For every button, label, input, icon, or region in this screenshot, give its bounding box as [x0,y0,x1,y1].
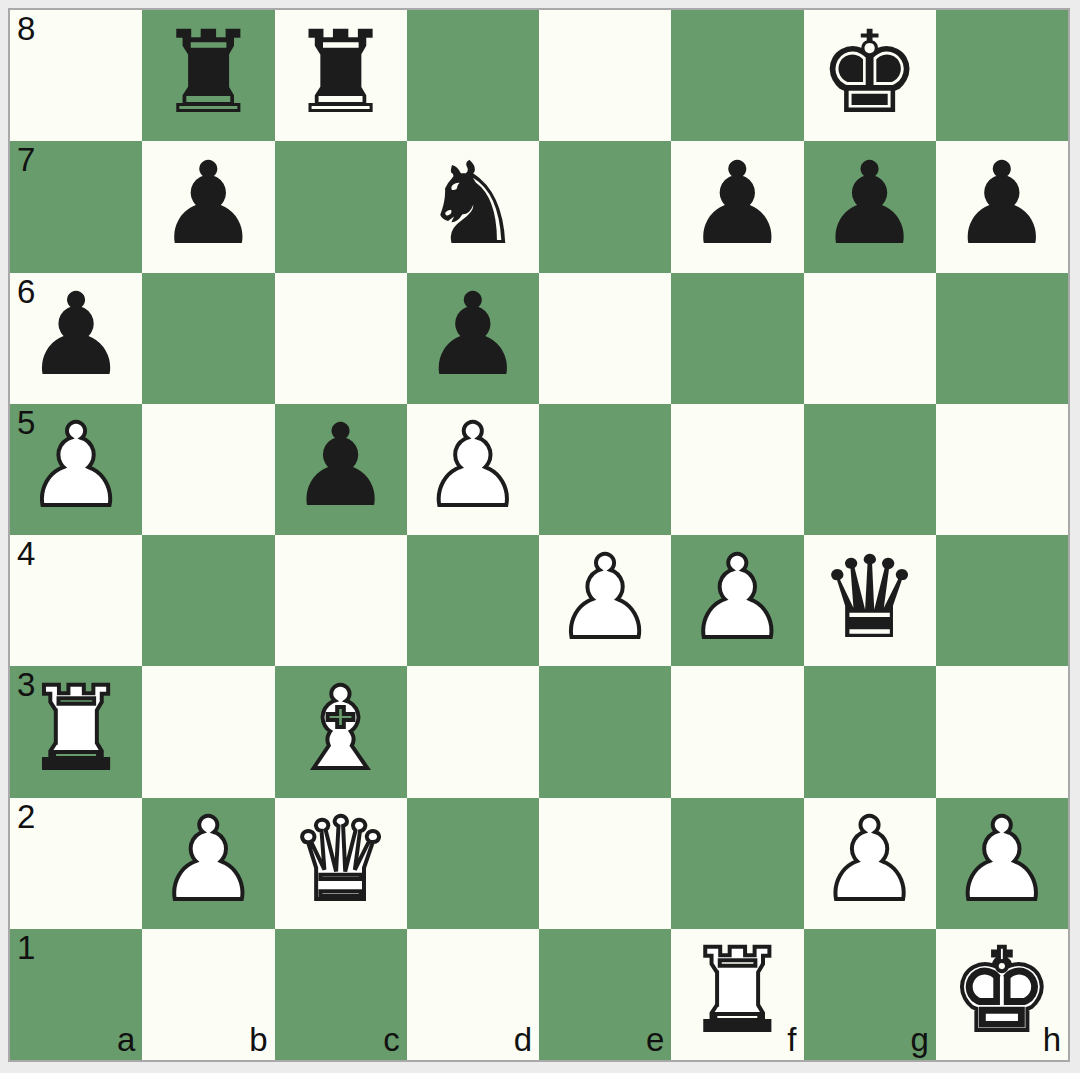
piece-white-queen-icon[interactable]: ♛ [290,803,392,917]
square-c4[interactable] [275,535,407,666]
piece-white-pawn-icon[interactable]: ♟ [951,803,1053,917]
square-a8[interactable]: 8 [10,10,142,141]
square-d6[interactable]: ♟ [407,273,539,404]
file-label-f: f [787,1023,796,1058]
rank-label-8: 8 [17,12,35,47]
piece-white-rook-icon[interactable]: ♜ [686,934,788,1048]
square-a1[interactable]: 1a [10,929,142,1060]
piece-black-pawn-icon[interactable]: ♟ [290,409,392,523]
square-a3[interactable]: 3♜ [10,666,142,797]
file-label-d: d [514,1023,532,1058]
square-f7[interactable]: ♟ [671,141,803,272]
square-e2[interactable] [539,798,671,929]
chess-board: 8♜♜♚7♟♞♟♟♟6♟♟5♟♟♟4♟♟♛3♜♝2♟♛♟♟1abcdef♜gh♚ [10,10,1068,1060]
square-a2[interactable]: 2 [10,798,142,929]
square-g5[interactable] [804,404,936,535]
square-h5[interactable] [936,404,1068,535]
rank-label-2: 2 [17,800,35,835]
square-f4[interactable]: ♟ [671,535,803,666]
square-g6[interactable] [804,273,936,404]
square-c7[interactable] [275,141,407,272]
square-g7[interactable]: ♟ [804,141,936,272]
piece-white-pawn-icon[interactable]: ♟ [819,803,921,917]
square-f8[interactable] [671,10,803,141]
square-c1[interactable]: c [275,929,407,1060]
square-e5[interactable] [539,404,671,535]
square-e8[interactable] [539,10,671,141]
square-a5[interactable]: 5♟ [10,404,142,535]
square-b1[interactable]: b [142,929,274,1060]
file-label-b: b [249,1023,267,1058]
square-f6[interactable] [671,273,803,404]
square-b4[interactable] [142,535,274,666]
square-b5[interactable] [142,404,274,535]
square-b3[interactable] [142,666,274,797]
square-f3[interactable] [671,666,803,797]
piece-white-pawn-icon[interactable]: ♟ [554,541,656,655]
square-d8[interactable] [407,10,539,141]
rank-label-7: 7 [17,143,35,178]
square-c3[interactable]: ♝ [275,666,407,797]
square-g4[interactable]: ♛ [804,535,936,666]
square-h7[interactable]: ♟ [936,141,1068,272]
square-h1[interactable]: h♚ [936,929,1068,1060]
square-c8[interactable]: ♜ [275,10,407,141]
square-h2[interactable]: ♟ [936,798,1068,929]
piece-black-pawn-icon[interactable]: ♟ [157,147,259,261]
piece-white-king-icon[interactable]: ♚ [951,934,1053,1048]
square-a6[interactable]: 6♟ [10,273,142,404]
square-c6[interactable] [275,273,407,404]
square-b6[interactable] [142,273,274,404]
square-h6[interactable] [936,273,1068,404]
square-e7[interactable] [539,141,671,272]
piece-black-rook-icon[interactable]: ♜ [290,16,392,130]
rank-label-1: 1 [17,931,35,966]
square-d2[interactable] [407,798,539,929]
square-f5[interactable] [671,404,803,535]
square-h8[interactable] [936,10,1068,141]
square-c5[interactable]: ♟ [275,404,407,535]
square-f1[interactable]: f♜ [671,929,803,1060]
square-a4[interactable]: 4 [10,535,142,666]
piece-black-rook-icon[interactable]: ♜ [157,16,259,130]
square-e6[interactable] [539,273,671,404]
square-e1[interactable]: e [539,929,671,1060]
piece-black-pawn-icon[interactable]: ♟ [951,147,1053,261]
file-label-g: g [910,1023,928,1058]
piece-white-rook-icon[interactable]: ♜ [25,672,127,786]
piece-white-pawn-icon[interactable]: ♟ [25,409,127,523]
rank-label-4: 4 [17,537,35,572]
square-d5[interactable]: ♟ [407,404,539,535]
square-d3[interactable] [407,666,539,797]
piece-white-pawn-icon[interactable]: ♟ [422,409,524,523]
square-d1[interactable]: d [407,929,539,1060]
piece-white-pawn-icon[interactable]: ♟ [157,803,259,917]
file-label-c: c [383,1023,400,1058]
piece-black-pawn-icon[interactable]: ♟ [25,278,127,392]
piece-black-pawn-icon[interactable]: ♟ [819,147,921,261]
file-label-a: a [117,1023,135,1058]
square-d4[interactable] [407,535,539,666]
square-b7[interactable]: ♟ [142,141,274,272]
piece-white-bishop-icon[interactable]: ♝ [290,672,392,786]
chess-board-frame: 8♜♜♚7♟♞♟♟♟6♟♟5♟♟♟4♟♟♛3♜♝2♟♛♟♟1abcdef♜gh♚ [8,8,1070,1062]
square-e4[interactable]: ♟ [539,535,671,666]
square-g2[interactable]: ♟ [804,798,936,929]
piece-white-pawn-icon[interactable]: ♟ [686,541,788,655]
piece-black-king-icon[interactable]: ♚ [819,16,921,130]
square-d7[interactable]: ♞ [407,141,539,272]
square-h4[interactable] [936,535,1068,666]
square-g3[interactable] [804,666,936,797]
square-b8[interactable]: ♜ [142,10,274,141]
square-f2[interactable] [671,798,803,929]
piece-black-pawn-icon[interactable]: ♟ [422,278,524,392]
square-e3[interactable] [539,666,671,797]
square-g8[interactable]: ♚ [804,10,936,141]
piece-black-queen-icon[interactable]: ♛ [819,541,921,655]
square-b2[interactable]: ♟ [142,798,274,929]
square-c2[interactable]: ♛ [275,798,407,929]
file-label-e: e [646,1023,664,1058]
piece-black-pawn-icon[interactable]: ♟ [686,147,788,261]
square-h3[interactable] [936,666,1068,797]
square-a7[interactable]: 7 [10,141,142,272]
piece-black-knight-icon[interactable]: ♞ [422,147,524,261]
square-g1[interactable]: g [804,929,936,1060]
